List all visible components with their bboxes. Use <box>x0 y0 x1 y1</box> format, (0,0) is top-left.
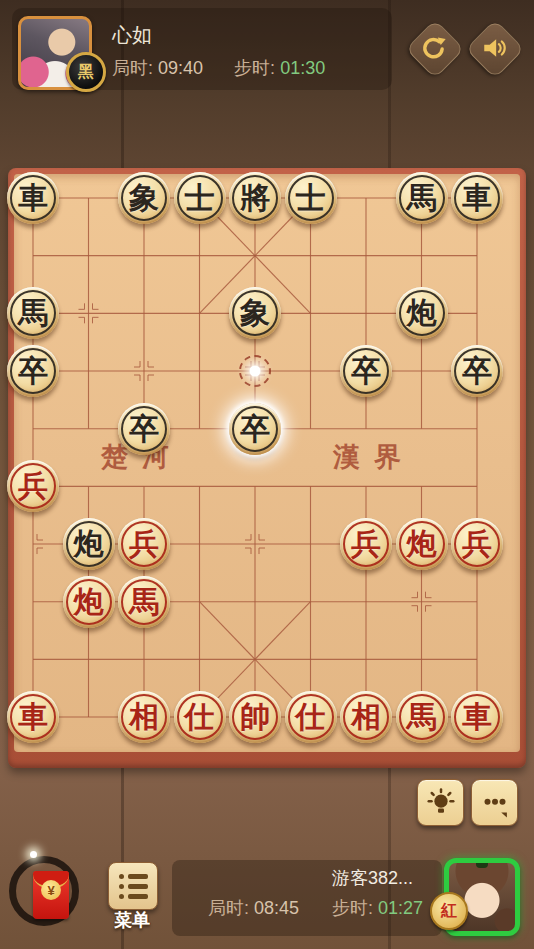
red-envelope-icon: ¥ <box>33 871 69 919</box>
menu-button-label: 菜单 <box>104 908 160 932</box>
board-piece-red-仕[interactable]: 仕 <box>174 691 226 743</box>
xiangqi-game-screen: 黑 心如 局时: 09:40 步时: 01:30 楚河 漢界 車象士將士馬車馬象… <box>0 0 534 949</box>
move-source-marker <box>239 355 271 387</box>
board-piece-red-兵[interactable]: 兵 <box>451 518 503 570</box>
speaker-icon <box>481 35 507 61</box>
board-piece-red-帥[interactable]: 帥 <box>229 691 281 743</box>
board-piece-red-相[interactable]: 相 <box>340 691 392 743</box>
board-piece-black-象[interactable]: 象 <box>229 287 281 339</box>
chat-dots-icon <box>480 788 510 818</box>
board-piece-black-車[interactable]: 車 <box>451 172 503 224</box>
xiangqi-board[interactable]: 楚河 漢界 車象士將士馬車馬象炮卒卒卒卒卒兵炮兵兵炮兵炮馬車相仕帥仕相馬車 <box>8 168 526 768</box>
move-time-value: 01:30 <box>280 58 325 78</box>
board-piece-black-將[interactable]: 將 <box>229 172 281 224</box>
board-piece-black-卒[interactable]: 卒 <box>340 345 392 397</box>
board-piece-red-相[interactable]: 相 <box>118 691 170 743</box>
board-piece-red-馬[interactable]: 馬 <box>396 691 448 743</box>
board-piece-red-兵[interactable]: 兵 <box>7 460 59 512</box>
board-piece-black-士[interactable]: 士 <box>174 172 226 224</box>
board-piece-red-兵[interactable]: 兵 <box>340 518 392 570</box>
game-time-value: 09:40 <box>158 58 203 78</box>
board-piece-red-仕[interactable]: 仕 <box>285 691 337 743</box>
sparkle-icon <box>30 851 37 858</box>
board-piece-red-炮[interactable]: 炮 <box>396 518 448 570</box>
board-piece-red-炮[interactable]: 炮 <box>63 576 115 628</box>
menu-button[interactable] <box>108 862 158 910</box>
board-piece-red-車[interactable]: 車 <box>451 691 503 743</box>
envelope-coin: ¥ <box>41 880 61 900</box>
board-piece-black-車[interactable]: 車 <box>7 172 59 224</box>
bottom-player-name: 游客382... <box>332 866 413 890</box>
top-player-timers: 局时: 09:40 步时: 01:30 <box>112 56 325 80</box>
board-piece-black-炮[interactable]: 炮 <box>63 518 115 570</box>
lightbulb-hint-icon <box>426 788 456 818</box>
bottom-game-time: 局时: 08:45 <box>208 896 299 920</box>
board-piece-black-卒[interactable]: 卒 <box>451 345 503 397</box>
board-piece-black-卒[interactable]: 卒 <box>118 403 170 455</box>
board-piece-black-象[interactable]: 象 <box>118 172 170 224</box>
restart-button[interactable] <box>408 22 460 74</box>
move-time-label: 步时: <box>234 58 275 78</box>
restart-icon <box>421 35 447 61</box>
board-grid <box>8 168 526 768</box>
menu-list-icon <box>119 874 148 879</box>
top-player-name: 心如 <box>112 22 152 49</box>
black-side-badge: 黑 <box>66 52 106 92</box>
board-piece-red-車[interactable]: 車 <box>7 691 59 743</box>
river-label-right: 漢界 <box>333 439 415 475</box>
chat-button[interactable] <box>471 779 518 826</box>
game-time-label: 局时: <box>112 58 153 78</box>
board-piece-black-馬[interactable]: 馬 <box>7 287 59 339</box>
board-piece-black-炮[interactable]: 炮 <box>396 287 448 339</box>
hint-button[interactable] <box>417 779 464 826</box>
board-piece-black-馬[interactable]: 馬 <box>396 172 448 224</box>
red-side-badge: 紅 <box>430 892 468 930</box>
board-piece-red-馬[interactable]: 馬 <box>118 576 170 628</box>
sound-button[interactable] <box>468 22 520 74</box>
board-piece-red-兵[interactable]: 兵 <box>118 518 170 570</box>
bottom-move-time: 步时: 01:27 <box>332 896 423 920</box>
board-piece-black-士[interactable]: 士 <box>285 172 337 224</box>
board-piece-black-卒[interactable]: 卒 <box>229 403 281 455</box>
board-piece-black-卒[interactable]: 卒 <box>7 345 59 397</box>
red-envelope-button[interactable]: ¥ <box>9 856 79 926</box>
